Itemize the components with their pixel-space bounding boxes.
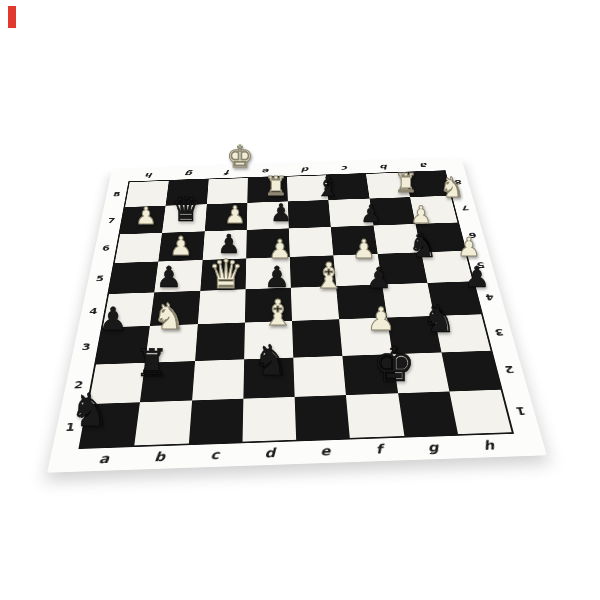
rank-label-right-2: 2	[503, 364, 515, 376]
white-pawn-c6[interactable]: ♟	[218, 203, 252, 227]
black-knight-g5[interactable]: ♞	[400, 229, 446, 262]
rank-label-right-7: 7	[460, 204, 469, 212]
white-pawn-f3[interactable]: ♟	[359, 303, 404, 335]
white-bishop-d3[interactable]: ♝	[253, 295, 303, 331]
file-label-top-a: a	[420, 162, 429, 170]
black-bishop-e7[interactable]: ♝	[308, 173, 347, 201]
file-label-bottom-h: h	[482, 438, 496, 453]
black-knight-g3[interactable]: ♞	[412, 300, 465, 338]
rank-label-left-6: 6	[101, 244, 110, 253]
square-d1[interactable]	[242, 397, 296, 442]
file-label-top-g: g	[185, 170, 193, 178]
white-knight-b3[interactable]: ♞	[144, 299, 194, 335]
white-pawn-h5[interactable]: ♟	[451, 234, 487, 260]
file-label-bottom-c: c	[210, 447, 220, 462]
file-label-bottom-e: e	[320, 444, 331, 459]
decorative-red-mark	[8, 6, 16, 28]
square-c8[interactable]	[206, 178, 247, 204]
black-knight-a1[interactable]: ♞	[58, 387, 122, 433]
white-knight-h7[interactable]: ♞	[432, 174, 471, 202]
rank-label-left-3: 3	[81, 341, 92, 352]
square-e1[interactable]	[295, 395, 350, 440]
square-c2[interactable]	[192, 359, 244, 400]
square-h1[interactable]	[449, 390, 512, 435]
file-label-bottom-f: f	[375, 442, 383, 457]
rank-label-right-4: 4	[484, 292, 495, 302]
rank-label-right-3: 3	[493, 327, 504, 338]
square-c1[interactable]	[188, 398, 243, 443]
black-pawn-d6[interactable]: ♟	[264, 201, 298, 225]
white-rook-g7[interactable]: ♜	[388, 170, 424, 196]
white-queen-c4[interactable]: ♛	[198, 254, 254, 294]
square-c3[interactable]	[195, 323, 245, 361]
black-king-f2[interactable]: ♚	[360, 340, 427, 388]
square-e2[interactable]	[293, 356, 346, 397]
square-h2[interactable]	[441, 350, 500, 391]
black-rook-b2[interactable]: ♜	[125, 344, 178, 382]
square-f1[interactable]	[346, 393, 404, 438]
square-g1[interactable]	[398, 391, 458, 436]
white-rook-d7[interactable]: ♜	[258, 173, 294, 199]
rank-label-left-8: 8	[112, 190, 120, 197]
black-pawn-b4[interactable]: ♟	[149, 263, 190, 292]
file-label-bottom-g: g	[426, 440, 439, 455]
white-pawn-d5[interactable]: ♟	[262, 236, 298, 262]
black-queen-b6[interactable]: ♛	[162, 192, 210, 226]
black-pawn-a3[interactable]: ♟	[91, 303, 136, 335]
white-king-c8[interactable]: ♚	[219, 142, 261, 172]
white-pawn-b5[interactable]: ♟	[163, 233, 199, 259]
black-pawn-f4[interactable]: ♟	[359, 264, 400, 293]
rank-label-right-1: 1	[514, 405, 527, 418]
file-label-top-c: c	[342, 164, 349, 172]
square-b1[interactable]	[135, 400, 192, 445]
file-label-bottom-a: a	[98, 451, 110, 467]
black-pawn-f6[interactable]: ♟	[354, 202, 388, 226]
product-photo-canvas: abcdefgh abcdefgh 87654321 12345678 ♚♜♝♜…	[0, 0, 600, 600]
file-label-top-h: h	[145, 171, 154, 179]
white-pawn-a6[interactable]: ♟	[129, 204, 163, 228]
rank-label-left-5: 5	[95, 274, 105, 283]
black-knight-d2[interactable]: ♞	[242, 340, 301, 382]
black-pawn-h4[interactable]: ♟	[457, 263, 498, 292]
rank-label-left-7: 7	[107, 216, 116, 224]
white-pawn-g6[interactable]: ♟	[404, 203, 438, 227]
black-pawn-d4[interactable]: ♟	[257, 263, 298, 292]
file-label-bottom-d: d	[264, 445, 275, 460]
square-a6[interactable]	[115, 233, 163, 263]
file-label-bottom-b: b	[154, 449, 166, 465]
white-bishop-e4[interactable]: ♝	[304, 258, 354, 294]
